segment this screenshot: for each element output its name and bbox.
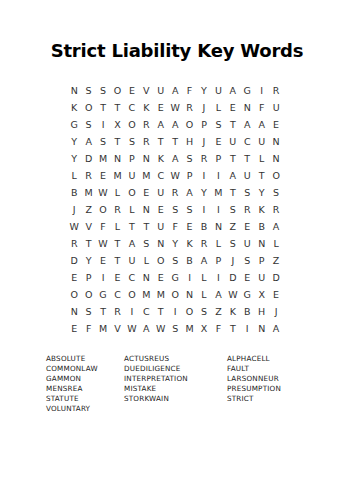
word-item: GAMMON <box>46 374 98 384</box>
grid-cell-r12c11[interactable]: I <box>211 269 225 286</box>
word-list-column-3: ALPHACELLFAULTLARSONNEURPRESUMPTIONSTRIC… <box>227 354 281 404</box>
grid-cell-r15c12[interactable]: T <box>226 320 240 337</box>
grid-cell-r14c9[interactable]: O <box>182 303 196 320</box>
word-item: COMMONLAW <box>46 364 98 374</box>
grid-cell-r12c1[interactable]: E <box>67 269 81 286</box>
grid-cell-r14c8[interactable]: I <box>168 303 182 320</box>
grid-cell-r7c4[interactable]: L <box>110 184 124 201</box>
grid-cell-r2c2[interactable]: O <box>81 99 95 116</box>
grid-cell-r9c11[interactable]: N <box>211 218 225 235</box>
grid-cell-r12c12[interactable]: D <box>226 269 240 286</box>
grid-cell-r1c3[interactable]: S <box>96 82 110 99</box>
grid-cell-r13c15[interactable]: E <box>269 286 283 303</box>
page-title: Strict Liability Key Words <box>0 40 354 61</box>
grid-cell-r8c5[interactable]: L <box>125 201 139 218</box>
grid-cell-r5c13[interactable]: T <box>240 150 254 167</box>
grid-cell-r9c5[interactable]: T <box>125 218 139 235</box>
grid-cell-r12c10[interactable]: L <box>197 269 211 286</box>
grid-cell-r15c8[interactable]: S <box>168 320 182 337</box>
word-list: ABSOLUTECOMMONLAWGAMMONMENSREASTATUTEVOL… <box>0 354 354 424</box>
grid-cell-r14c10[interactable]: S <box>197 303 211 320</box>
grid-cell-r12c3[interactable]: I <box>96 269 110 286</box>
grid-cell-r2c6[interactable]: K <box>139 99 153 116</box>
grid-cell-r9c9[interactable]: E <box>182 218 196 235</box>
grid-cell-r5c5[interactable]: P <box>125 150 139 167</box>
grid-cell-r15c10[interactable]: X <box>197 320 211 337</box>
grid-cell-r10c7[interactable]: N <box>154 235 168 252</box>
grid-cell-r15c13[interactable]: I <box>240 320 254 337</box>
grid-cell-r9c14[interactable]: B <box>254 218 268 235</box>
grid-cell-r4c9[interactable]: H <box>182 133 196 150</box>
grid-cell-r3c8[interactable]: A <box>168 116 182 133</box>
grid-cell-r6c8[interactable]: W <box>168 167 182 184</box>
grid-cell-r2c8[interactable]: W <box>168 99 182 116</box>
grid-cell-r1c6[interactable]: V <box>139 82 153 99</box>
grid-cell-r5c8[interactable]: A <box>168 150 182 167</box>
grid-cell-r1c8[interactable]: A <box>168 82 182 99</box>
grid-cell-r11c14[interactable]: P <box>254 252 268 269</box>
grid-cell-r2c15[interactable]: U <box>269 99 283 116</box>
grid-cell-r7c5[interactable]: O <box>125 184 139 201</box>
grid-cell-r13c1[interactable]: O <box>67 286 81 303</box>
grid-cell-r4c13[interactable]: C <box>240 133 254 150</box>
grid-cell-r15c15[interactable]: A <box>269 320 283 337</box>
grid-cell-r4c15[interactable]: N <box>269 133 283 150</box>
grid-cell-r14c4[interactable]: R <box>110 303 124 320</box>
grid-cell-r12c5[interactable]: C <box>125 269 139 286</box>
grid-cell-r10c9[interactable]: K <box>182 235 196 252</box>
grid-cell-r13c9[interactable]: N <box>182 286 196 303</box>
grid-cell-r4c4[interactable]: T <box>110 133 124 150</box>
grid-cell-r8c12[interactable]: S <box>226 201 240 218</box>
grid-cell-r10c10[interactable]: R <box>197 235 211 252</box>
grid-cell-r1c7[interactable]: U <box>154 82 168 99</box>
grid-cell-r13c12[interactable]: W <box>226 286 240 303</box>
grid-cell-r11c12[interactable]: J <box>226 252 240 269</box>
grid-cell-r14c1[interactable]: N <box>67 303 81 320</box>
grid-cell-r3c12[interactable]: T <box>226 116 240 133</box>
grid-cell-r15c14[interactable]: N <box>254 320 268 337</box>
word-item: LARSONNEUR <box>227 374 281 384</box>
grid-cell-r6c5[interactable]: U <box>125 167 139 184</box>
grid-cell-r12c6[interactable]: N <box>139 269 153 286</box>
grid-cell-r7c15[interactable]: S <box>269 184 283 201</box>
grid-cell-r3c2[interactable]: S <box>81 116 95 133</box>
grid-cell-r8c7[interactable]: E <box>154 201 168 218</box>
grid-cell-r7c11[interactable]: M <box>211 184 225 201</box>
grid-cell-r5c9[interactable]: S <box>182 150 196 167</box>
grid-cell-r11c3[interactable]: E <box>96 252 110 269</box>
grid-cell-r14c15[interactable]: J <box>269 303 283 320</box>
grid-cell-r9c15[interactable]: A <box>269 218 283 235</box>
grid-cell-r14c3[interactable]: T <box>96 303 110 320</box>
grid-cell-r3c14[interactable]: A <box>254 116 268 133</box>
grid-cell-r2c4[interactable]: T <box>110 99 124 116</box>
grid-cell-r6c10[interactable]: I <box>197 167 211 184</box>
grid-cell-r5c1[interactable]: Y <box>67 150 81 167</box>
word-item: STORKWAIN <box>124 394 188 404</box>
grid-cell-r11c7[interactable]: O <box>154 252 168 269</box>
grid-cell-r5c4[interactable]: N <box>110 150 124 167</box>
grid-cell-r8c4[interactable]: R <box>110 201 124 218</box>
grid-cell-r14c2[interactable]: S <box>81 303 95 320</box>
grid-cell-r13c6[interactable]: M <box>139 286 153 303</box>
grid-cell-r3c5[interactable]: O <box>125 116 139 133</box>
grid-cell-r2c14[interactable]: F <box>254 99 268 116</box>
grid-cell-r10c1[interactable]: R <box>67 235 81 252</box>
grid-cell-r11c9[interactable]: B <box>182 252 196 269</box>
grid-cell-r9c1[interactable]: W <box>67 218 81 235</box>
word-item: MISTAKE <box>124 384 188 394</box>
grid-cell-r13c10[interactable]: L <box>197 286 211 303</box>
grid-cell-r3c10[interactable]: P <box>197 116 211 133</box>
grid-cell-r10c5[interactable]: A <box>125 235 139 252</box>
grid-cell-r7c3[interactable]: W <box>96 184 110 201</box>
grid-cell-r2c5[interactable]: C <box>125 99 139 116</box>
grid-cell-r6c9[interactable]: P <box>182 167 196 184</box>
grid-cell-r12c14[interactable]: U <box>254 269 268 286</box>
grid-cell-r4c12[interactable]: U <box>226 133 240 150</box>
grid-cell-r7c8[interactable]: R <box>168 184 182 201</box>
grid-cell-r15c11[interactable]: F <box>211 320 225 337</box>
grid-cell-r9c13[interactable]: E <box>240 218 254 235</box>
grid-cell-r5c3[interactable]: M <box>96 150 110 167</box>
word-item: ACTUSREUS <box>124 354 188 364</box>
grid-cell-r6c7[interactable]: C <box>154 167 168 184</box>
grid-cell-r11c5[interactable]: U <box>125 252 139 269</box>
grid-cell-r11c2[interactable]: Y <box>81 252 95 269</box>
grid-cell-r7c9[interactable]: A <box>182 184 196 201</box>
grid-cell-r13c8[interactable]: O <box>168 286 182 303</box>
grid-cell-r10c3[interactable]: W <box>96 235 110 252</box>
grid-cell-r8c10[interactable]: I <box>197 201 211 218</box>
grid-cell-r15c5[interactable]: W <box>125 320 139 337</box>
grid-cell-r1c15[interactable]: R <box>269 82 283 99</box>
grid-cell-r5c12[interactable]: T <box>226 150 240 167</box>
grid-cell-r7c10[interactable]: Y <box>197 184 211 201</box>
grid-cell-r15c2[interactable]: F <box>81 320 95 337</box>
grid-cell-r2c7[interactable]: E <box>154 99 168 116</box>
grid-cell-r8c2[interactable]: Z <box>81 201 95 218</box>
grid-cell-r14c12[interactable]: K <box>226 303 240 320</box>
grid-cell-r11c8[interactable]: S <box>168 252 182 269</box>
grid-cell-r6c13[interactable]: U <box>240 167 254 184</box>
grid-cell-r7c7[interactable]: U <box>154 184 168 201</box>
grid-cell-r6c4[interactable]: M <box>110 167 124 184</box>
grid-cell-r5c14[interactable]: L <box>254 150 268 167</box>
grid-cell-r4c3[interactable]: S <box>96 133 110 150</box>
grid-cell-r5c2[interactable]: D <box>81 150 95 167</box>
grid-cell-r5c15[interactable]: N <box>269 150 283 167</box>
grid-cell-r8c13[interactable]: R <box>240 201 254 218</box>
grid-cell-r13c7[interactable]: M <box>154 286 168 303</box>
grid-cell-r2c1[interactable]: K <box>67 99 81 116</box>
grid-cell-r10c15[interactable]: L <box>269 235 283 252</box>
grid-cell-r2c3[interactable]: T <box>96 99 110 116</box>
word-item: DUEDILIGENCE <box>124 364 188 374</box>
worksheet-page: Strict Liability Key Words NSSOEVUAFYUAG… <box>0 0 354 500</box>
grid-cell-r11c1[interactable]: D <box>67 252 81 269</box>
grid-cell-r4c14[interactable]: U <box>254 133 268 150</box>
grid-cell-r5c10[interactable]: R <box>197 150 211 167</box>
grid-cell-r8c8[interactable]: S <box>168 201 182 218</box>
grid-cell-r5c7[interactable]: K <box>154 150 168 167</box>
grid-cell-r6c12[interactable]: A <box>226 167 240 184</box>
grid-cell-r12c7[interactable]: E <box>154 269 168 286</box>
grid-cell-r2c10[interactable]: J <box>197 99 211 116</box>
grid-cell-r14c14[interactable]: H <box>254 303 268 320</box>
grid-cell-r9c10[interactable]: B <box>197 218 211 235</box>
grid-cell-r8c9[interactable]: S <box>182 201 196 218</box>
grid-cell-r12c9[interactable]: I <box>182 269 196 286</box>
grid-cell-r14c6[interactable]: C <box>139 303 153 320</box>
grid-cell-r3c13[interactable]: A <box>240 116 254 133</box>
grid-cell-r7c1[interactable]: B <box>67 184 81 201</box>
word-list-column-1: ABSOLUTECOMMONLAWGAMMONMENSREASTATUTEVOL… <box>46 354 98 414</box>
grid-cell-r9c12[interactable]: Z <box>226 218 240 235</box>
grid-cell-r14c11[interactable]: Z <box>211 303 225 320</box>
grid-cell-r9c2[interactable]: V <box>81 218 95 235</box>
grid-cell-r15c9[interactable]: M <box>182 320 196 337</box>
grid-cell-r11c15[interactable]: Z <box>269 252 283 269</box>
grid-cell-r2c12[interactable]: E <box>226 99 240 116</box>
grid-cell-r1c10[interactable]: Y <box>197 82 211 99</box>
grid-cell-r2c9[interactable]: R <box>182 99 196 116</box>
word-item: STATUTE <box>46 394 98 404</box>
grid-cell-r15c7[interactable]: W <box>154 320 168 337</box>
grid-cell-r12c2[interactable]: P <box>81 269 95 286</box>
grid-cell-r8c11[interactable]: I <box>211 201 225 218</box>
grid-cell-r1c13[interactable]: G <box>240 82 254 99</box>
grid-cell-r15c4[interactable]: V <box>110 320 124 337</box>
grid-cell-r8c3[interactable]: O <box>96 201 110 218</box>
grid-cell-r7c13[interactable]: S <box>240 184 254 201</box>
grid-cell-r13c5[interactable]: O <box>125 286 139 303</box>
grid-cell-r10c11[interactable]: L <box>211 235 225 252</box>
grid-cell-r4c7[interactable]: T <box>154 133 168 150</box>
grid-cell-r4c1[interactable]: Y <box>67 133 81 150</box>
grid-cell-r13c2[interactable]: O <box>81 286 95 303</box>
grid-cell-r7c12[interactable]: T <box>226 184 240 201</box>
grid-cell-r5c6[interactable]: N <box>139 150 153 167</box>
grid-cell-r10c8[interactable]: Y <box>168 235 182 252</box>
grid-cell-r11c13[interactable]: S <box>240 252 254 269</box>
grid-cell-r9c6[interactable]: T <box>139 218 153 235</box>
grid-cell-r10c12[interactable]: S <box>226 235 240 252</box>
grid-cell-r11c4[interactable]: T <box>110 252 124 269</box>
grid-cell-r4c10[interactable]: J <box>197 133 211 150</box>
word-item: INTERPRETATION <box>124 374 188 384</box>
grid-cell-r2c13[interactable]: N <box>240 99 254 116</box>
grid-cell-r4c8[interactable]: T <box>168 133 182 150</box>
grid-cell-r11c6[interactable]: L <box>139 252 153 269</box>
grid-cell-r3c1[interactable]: G <box>67 116 81 133</box>
word-item: ALPHACELL <box>227 354 281 364</box>
grid-cell-r12c4[interactable]: E <box>110 269 124 286</box>
grid-cell-r6c2[interactable]: R <box>81 167 95 184</box>
grid-cell-r9c7[interactable]: U <box>154 218 168 235</box>
grid-cell-r6c11[interactable]: I <box>211 167 225 184</box>
grid-cell-r10c4[interactable]: T <box>110 235 124 252</box>
word-item: PRESUMPTION <box>227 384 281 394</box>
grid-cell-r13c14[interactable]: X <box>254 286 268 303</box>
grid-cell-r3c11[interactable]: S <box>211 116 225 133</box>
grid-cell-r11c11[interactable]: P <box>211 252 225 269</box>
grid-cell-r12c13[interactable]: E <box>240 269 254 286</box>
grid-cell-r6c3[interactable]: E <box>96 167 110 184</box>
grid-cell-r7c6[interactable]: E <box>139 184 153 201</box>
grid-cell-r9c8[interactable]: F <box>168 218 182 235</box>
grid-cell-r6c14[interactable]: T <box>254 167 268 184</box>
grid-cell-r8c14[interactable]: K <box>254 201 268 218</box>
grid-cell-r13c13[interactable]: G <box>240 286 254 303</box>
grid-cell-r13c4[interactable]: C <box>110 286 124 303</box>
grid-cell-r5c11[interactable]: P <box>211 150 225 167</box>
word-item: ABSOLUTE <box>46 354 98 364</box>
grid-cell-r3c6[interactable]: R <box>139 116 153 133</box>
grid-cell-r4c2[interactable]: A <box>81 133 95 150</box>
grid-cell-r11c10[interactable]: A <box>197 252 211 269</box>
word-item: FAULT <box>227 364 281 374</box>
grid-cell-r2c11[interactable]: L <box>211 99 225 116</box>
grid-cell-r10c14[interactable]: N <box>254 235 268 252</box>
grid-cell-r7c2[interactable]: M <box>81 184 95 201</box>
grid-cell-r14c7[interactable]: T <box>154 303 168 320</box>
word-list-column-2: ACTUSREUSDUEDILIGENCEINTERPRETATIONMISTA… <box>124 354 188 404</box>
grid-cell-r1c11[interactable]: U <box>211 82 225 99</box>
grid-cell-r10c13[interactable]: U <box>240 235 254 252</box>
grid-cell-r14c5[interactable]: I <box>125 303 139 320</box>
grid-cell-r6c1[interactable]: L <box>67 167 81 184</box>
word-search-grid: NSSOEVUAFYUAGIRKOTTCKEWRJLENFUGSIXORAAOP… <box>67 82 283 337</box>
grid-cell-r3c4[interactable]: X <box>110 116 124 133</box>
grid-cell-r3c3[interactable]: I <box>96 116 110 133</box>
grid-cell-r1c5[interactable]: E <box>125 82 139 99</box>
grid-cell-r4c5[interactable]: S <box>125 133 139 150</box>
grid-cell-r14c13[interactable]: B <box>240 303 254 320</box>
grid-cell-r8c6[interactable]: N <box>139 201 153 218</box>
word-item: MENSREA <box>46 384 98 394</box>
grid-cell-r1c12[interactable]: A <box>226 82 240 99</box>
grid-cell-r7c14[interactable]: Y <box>254 184 268 201</box>
grid-cell-r8c1[interactable]: J <box>67 201 81 218</box>
grid-cell-r12c15[interactable]: D <box>269 269 283 286</box>
grid-cell-r3c15[interactable]: E <box>269 116 283 133</box>
grid-cell-r15c6[interactable]: A <box>139 320 153 337</box>
grid-cell-r10c6[interactable]: S <box>139 235 153 252</box>
grid-cell-r1c2[interactable]: S <box>81 82 95 99</box>
grid-cell-r9c3[interactable]: F <box>96 218 110 235</box>
grid-cell-r8c15[interactable]: R <box>269 201 283 218</box>
grid-cell-r3c7[interactable]: A <box>154 116 168 133</box>
grid-cell-r4c6[interactable]: R <box>139 133 153 150</box>
grid-cell-r15c3[interactable]: M <box>96 320 110 337</box>
grid-cell-r9c4[interactable]: L <box>110 218 124 235</box>
grid-cell-r13c3[interactable]: G <box>96 286 110 303</box>
grid-cell-r12c8[interactable]: G <box>168 269 182 286</box>
grid-cell-r1c4[interactable]: O <box>110 82 124 99</box>
grid-cell-r10c2[interactable]: T <box>81 235 95 252</box>
grid-cell-r13c11[interactable]: A <box>211 286 225 303</box>
word-item: STRICT <box>227 394 281 404</box>
grid-cell-r6c15[interactable]: O <box>269 167 283 184</box>
grid-cell-r1c9[interactable]: F <box>182 82 196 99</box>
grid-cell-r1c1[interactable]: N <box>67 82 81 99</box>
word-item: VOLUNTARY <box>46 404 98 414</box>
grid-cell-r6c6[interactable]: M <box>139 167 153 184</box>
grid-cell-r4c11[interactable]: E <box>211 133 225 150</box>
grid-cell-r3c9[interactable]: O <box>182 116 196 133</box>
grid-cell-r1c14[interactable]: I <box>254 82 268 99</box>
grid-cell-r15c1[interactable]: E <box>67 320 81 337</box>
